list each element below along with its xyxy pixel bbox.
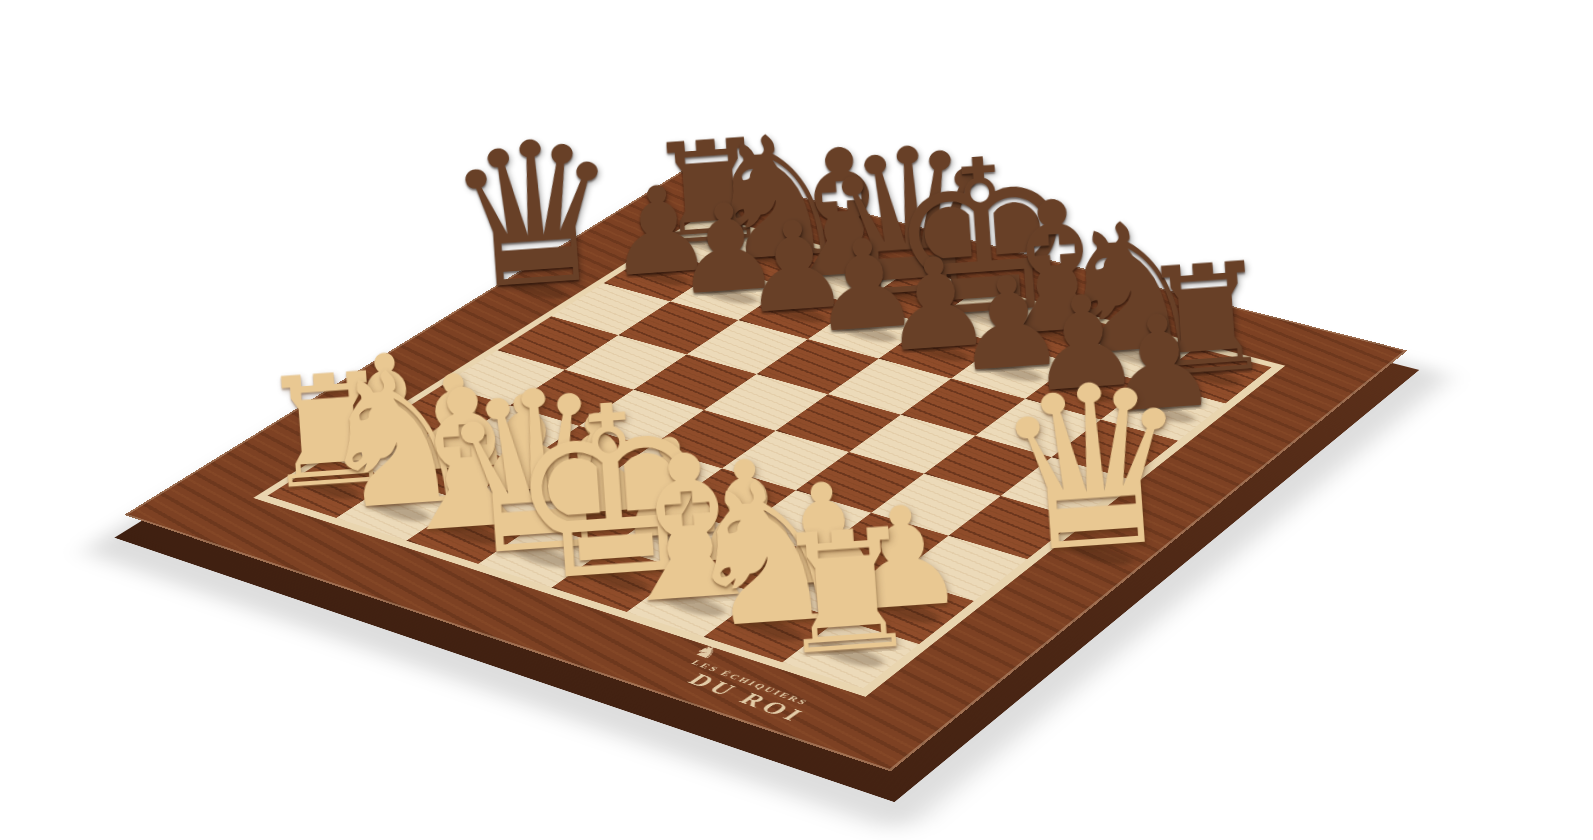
chess-board: ♞ LES ÉCHIQUIERS DU ROI ♜♞♝♛♚♝♞♜♟♟♟♟♟♟♟♟…	[124, 168, 1407, 771]
piece-white-extra-queen-shadow	[1061, 539, 1139, 569]
camera-tilt: ♞ LES ÉCHIQUIERS DU ROI ♜♞♝♛♚♝♞♜♟♟♟♟♟♟♟♟…	[0, 0, 1593, 840]
piece-black-extra-queen: ♛	[433, 86, 633, 295]
product-photo-scene: ♞ LES ÉCHIQUIERS DU ROI ♜♞♝♛♚♝♞♜♟♟♟♟♟♟♟♟…	[0, 0, 1593, 840]
piece-black-extra-queen-shadow	[506, 278, 572, 302]
